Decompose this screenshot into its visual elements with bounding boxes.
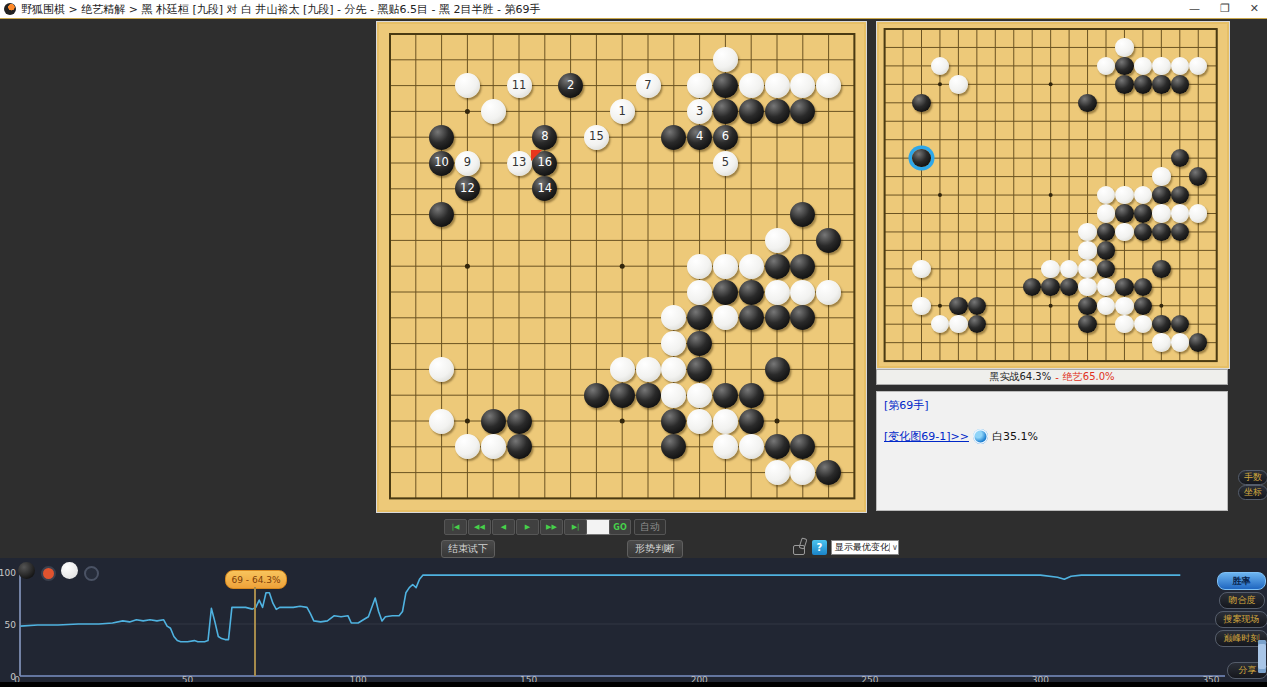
black-stone[interactable] [1115, 278, 1133, 296]
white-stone[interactable]: 15 [584, 125, 609, 150]
nav-button-fast-forward[interactable]: ▶▶ [540, 519, 563, 535]
black-stone[interactable] [687, 357, 712, 382]
white-stone[interactable]: 7 [636, 73, 661, 98]
white-stone[interactable] [687, 280, 712, 305]
jueyi-ai-icon [973, 429, 988, 444]
white-stone[interactable] [1078, 278, 1096, 296]
white-stone[interactable]: 9 [455, 151, 480, 176]
white-stone[interactable] [1152, 333, 1170, 351]
white-stone[interactable] [765, 280, 790, 305]
black-stone[interactable] [765, 99, 790, 124]
white-stone[interactable] [1171, 204, 1189, 222]
move-number-label: 12 [460, 183, 475, 195]
white-stone[interactable] [687, 254, 712, 279]
black-stone[interactable] [949, 297, 967, 315]
white-stone[interactable] [1041, 260, 1059, 278]
move-number-label: 4 [696, 131, 703, 143]
move-number-label: 13 [512, 157, 527, 169]
black-stone[interactable]: 6 [713, 125, 738, 150]
white-stone[interactable] [1097, 297, 1115, 315]
svg-text:150: 150 [520, 675, 537, 682]
svg-text:100: 100 [350, 675, 367, 682]
black-stone[interactable] [713, 280, 738, 305]
white-stone[interactable] [455, 73, 480, 98]
svg-text:50: 50 [5, 620, 17, 630]
black-stone[interactable]: 10 [429, 151, 454, 176]
white-winrate-toggle[interactable] [61, 562, 78, 579]
white-unselected-dot[interactable] [84, 566, 99, 581]
white-stone[interactable] [1189, 204, 1207, 222]
ai-winrate: 绝艺65.0% [1063, 370, 1115, 384]
nav-button-last[interactable]: ▶| [564, 519, 587, 535]
white-stone[interactable] [687, 409, 712, 434]
move-number-label: 9 [464, 157, 471, 169]
black-stone[interactable] [1171, 186, 1189, 204]
white-stone[interactable] [687, 383, 712, 408]
white-winrate-value: 白35.1% [992, 429, 1038, 444]
white-stone[interactable] [949, 315, 967, 333]
winrate-chart[interactable]: 050100050100150200250300350 [0, 558, 1267, 682]
white-stone[interactable]: 5 [713, 151, 738, 176]
black-stone[interactable] [1097, 260, 1115, 278]
win-rate-tab[interactable]: 胜率 [1217, 572, 1266, 590]
black-actual-winrate: 黑实战64.3% [989, 370, 1051, 384]
white-stone[interactable] [912, 260, 930, 278]
app-logo-icon [4, 3, 16, 15]
black-stone[interactable] [1152, 315, 1170, 333]
black-stone[interactable] [713, 383, 738, 408]
black-stone[interactable] [1078, 315, 1096, 333]
white-stone[interactable] [1115, 38, 1133, 56]
move-winrate-tooltip: 69 - 64.3% [225, 570, 287, 589]
move-number-label: 2 [567, 80, 574, 92]
black-stone[interactable] [584, 383, 609, 408]
black-stone[interactable] [713, 73, 738, 98]
auto-play-button[interactable]: 自动 [634, 519, 666, 535]
black-stone[interactable] [1152, 260, 1170, 278]
variation-diagram-link[interactable]: [变化图69-1]>> [884, 429, 969, 444]
black-stone[interactable] [968, 297, 986, 315]
black-stone[interactable] [713, 99, 738, 124]
black-stone[interactable] [1152, 75, 1170, 93]
move-numbers-button[interactable]: 手数 [1238, 470, 1267, 485]
black-stone[interactable] [1134, 204, 1152, 222]
white-stone[interactable] [1152, 204, 1170, 222]
match-rate-tab[interactable]: 吻合度 [1219, 592, 1265, 609]
black-stone[interactable] [739, 280, 764, 305]
white-stone[interactable] [790, 280, 815, 305]
chevron-down-icon: ∨ [889, 543, 900, 552]
move-number-label: 7 [644, 80, 651, 92]
white-stone[interactable] [1134, 57, 1152, 75]
move-number-label: 8 [541, 131, 548, 143]
black-stone[interactable] [1171, 223, 1189, 241]
white-stone[interactable] [713, 409, 738, 434]
help-icon[interactable]: ? [812, 540, 827, 555]
white-stone[interactable] [636, 357, 661, 382]
white-stone[interactable]: 1 [610, 99, 635, 124]
move-number-label: 3 [696, 106, 703, 118]
black-stone[interactable] [661, 409, 686, 434]
move-number-label: 14 [537, 183, 552, 195]
white-stone[interactable] [1152, 57, 1170, 75]
black-stone[interactable] [912, 149, 930, 167]
bottom-bar [0, 682, 1267, 687]
black-stone[interactable] [1078, 297, 1096, 315]
main-variation-board[interactable]: 11271381546109131651214 [376, 21, 867, 513]
white-stone[interactable] [429, 357, 454, 382]
black-stone[interactable] [1115, 75, 1133, 93]
black-stone[interactable] [661, 125, 686, 150]
black-stone[interactable] [739, 409, 764, 434]
white-stone[interactable] [610, 357, 635, 382]
move-number-label: 15 [589, 131, 604, 143]
svg-text:200: 200 [691, 675, 708, 682]
white-stone[interactable] [1152, 167, 1170, 185]
svg-text:350: 350 [1202, 675, 1219, 682]
white-stone[interactable] [429, 409, 454, 434]
white-stone[interactable] [1078, 223, 1096, 241]
side-scroll-handle[interactable] [1258, 640, 1266, 673]
dash: - [1055, 372, 1059, 383]
position-judge-button[interactable]: 形势判断 [627, 540, 683, 558]
black-stone[interactable] [1134, 223, 1152, 241]
white-stone[interactable] [739, 434, 764, 459]
move-number-label: 5 [722, 157, 729, 169]
case-scene-tab[interactable]: 搜案现场 [1215, 611, 1267, 628]
coordinates-button[interactable]: 坐标 [1238, 485, 1267, 500]
nav-button-forward[interactable]: ▶ [516, 519, 539, 535]
white-stone[interactable] [481, 99, 506, 124]
move-number-label: 1 [619, 106, 626, 118]
black-stone[interactable] [636, 383, 661, 408]
black-stone[interactable] [507, 434, 532, 459]
black-stone[interactable] [739, 99, 764, 124]
white-stone[interactable] [1097, 204, 1115, 222]
white-stone[interactable] [739, 73, 764, 98]
black-winrate-toggle[interactable] [18, 562, 35, 579]
black-stone[interactable] [1134, 75, 1152, 93]
black-stone[interactable] [1152, 223, 1170, 241]
white-stone[interactable] [1078, 260, 1096, 278]
black-stone[interactable]: 4 [687, 125, 712, 150]
white-stone[interactable]: 13 [507, 151, 532, 176]
white-stone[interactable] [1078, 241, 1096, 259]
thumbs-up-icon[interactable] [791, 538, 809, 555]
white-stone[interactable] [912, 297, 930, 315]
svg-text:100: 100 [0, 568, 16, 578]
white-stone[interactable] [1115, 223, 1133, 241]
black-stone[interactable] [1115, 57, 1133, 75]
black-stone[interactable] [1115, 204, 1133, 222]
comment-panel: [第69手] [变化图69-1]>> 白35.1% [876, 391, 1228, 511]
black-stone[interactable] [429, 125, 454, 150]
white-stone[interactable] [1171, 333, 1189, 351]
white-stone[interactable] [765, 460, 790, 485]
black-stone[interactable] [765, 434, 790, 459]
move-number-label: 6 [722, 131, 729, 143]
black-stone[interactable] [1152, 186, 1170, 204]
black-stone[interactable] [765, 357, 790, 382]
title-bar: 野狐围棋 > 绝艺精解 > 黑 朴廷桓 [九段] 对 白 井山裕太 [九段] -… [0, 0, 1267, 19]
white-stone[interactable] [739, 254, 764, 279]
white-stone[interactable] [765, 73, 790, 98]
black-stone[interactable] [1189, 167, 1207, 185]
end-trial-button[interactable]: 结束试下 [441, 540, 495, 558]
black-stone[interactable] [481, 409, 506, 434]
black-stone[interactable] [912, 94, 930, 112]
white-stone[interactable] [713, 254, 738, 279]
game-position-board[interactable] [876, 21, 1230, 369]
black-stone[interactable] [816, 228, 841, 253]
white-stone[interactable] [1115, 297, 1133, 315]
black-stone[interactable] [1078, 94, 1096, 112]
move-number-label: 11 [512, 80, 527, 92]
white-stone[interactable] [931, 57, 949, 75]
close-button[interactable]: ✕ [1250, 0, 1259, 18]
white-stone[interactable]: 3 [687, 99, 712, 124]
black-stone[interactable] [739, 383, 764, 408]
fox-go-window: 野狐围棋 > 绝艺精解 > 黑 朴廷桓 [九段] 对 白 井山裕太 [九段] -… [0, 0, 1267, 687]
move-number-label: 10 [434, 157, 449, 169]
white-stone[interactable] [949, 75, 967, 93]
restore-button[interactable]: ❐ [1220, 0, 1230, 18]
black-stone[interactable] [765, 254, 790, 279]
white-stone[interactable] [1115, 186, 1133, 204]
show-best-variation-dropdown[interactable]: 显示最优变化 ∨ [831, 540, 899, 555]
black-stone[interactable] [765, 305, 790, 330]
white-stone[interactable] [661, 383, 686, 408]
minimize-button[interactable]: — [1189, 0, 1200, 18]
black-stone[interactable]: 8 [532, 125, 557, 150]
white-stone[interactable] [816, 280, 841, 305]
black-stone[interactable] [507, 409, 532, 434]
window-title: 野狐围棋 > 绝艺精解 > 黑 朴廷桓 [九段] 对 白 井山裕太 [九段] -… [21, 2, 540, 17]
last-move-triangle-marker [531, 150, 542, 161]
nav-button-first[interactable]: |◀ [444, 519, 467, 535]
white-stone[interactable] [1171, 57, 1189, 75]
svg-text:250: 250 [861, 675, 878, 682]
black-stone[interactable] [1171, 75, 1189, 93]
black-selected-dot[interactable] [41, 566, 56, 581]
white-stone[interactable]: 11 [507, 73, 532, 98]
svg-text:50: 50 [182, 675, 194, 682]
svg-text:300: 300 [1032, 675, 1049, 682]
black-stone[interactable] [1134, 297, 1152, 315]
move-number-label: [第69手] [884, 398, 1220, 413]
black-stone[interactable] [1097, 241, 1115, 259]
current-move-marker-line [254, 587, 256, 676]
nav-button-back[interactable]: ◀ [492, 519, 515, 535]
black-stone[interactable] [739, 305, 764, 330]
white-stone[interactable] [765, 228, 790, 253]
winrate-status-strip: 黑实战64.3% - 绝艺65.0% [876, 369, 1228, 385]
go-button[interactable]: GO [609, 519, 631, 535]
black-stone[interactable] [610, 383, 635, 408]
nav-button-fast-back[interactable]: ◀◀ [468, 519, 491, 535]
white-stone[interactable] [481, 434, 506, 459]
winrate-graph-panel[interactable]: 050100050100150200250300350 [0, 558, 1267, 682]
black-stone[interactable] [790, 254, 815, 279]
svg-text:0: 0 [14, 675, 20, 682]
white-stone[interactable] [1115, 315, 1133, 333]
